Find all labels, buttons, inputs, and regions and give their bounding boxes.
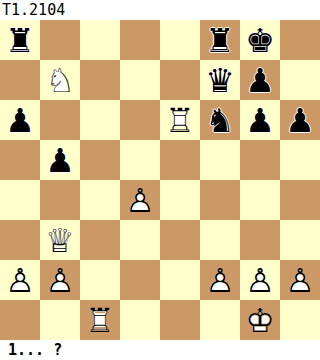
- chess-board: ♜♜♚♞♘♛♟♟♜♖♞♟♟♟♟♙♛♕♟♙♟♙♟♙♟♙♟♙♜♖♚♔: [0, 20, 320, 340]
- square-d8[interactable]: [120, 20, 160, 60]
- piece-white-pawn: ♟: [120, 180, 160, 220]
- square-d2[interactable]: [120, 260, 160, 300]
- piece-white-pawn-outline: ♙: [0, 260, 40, 300]
- piece-white-queen-outline: ♕: [40, 220, 80, 260]
- square-d3[interactable]: [120, 220, 160, 260]
- square-c2[interactable]: [80, 260, 120, 300]
- square-c8[interactable]: [80, 20, 120, 60]
- piece-white-knight-outline: ♘: [40, 60, 80, 100]
- square-e4[interactable]: [160, 180, 200, 220]
- square-f1[interactable]: [200, 300, 240, 340]
- piece-white-pawn-outline: ♙: [240, 260, 280, 300]
- square-c5[interactable]: [80, 140, 120, 180]
- piece-white-pawn: ♟: [0, 260, 40, 300]
- square-e7[interactable]: [160, 60, 200, 100]
- square-g6[interactable]: ♟: [240, 100, 280, 140]
- square-b6[interactable]: [40, 100, 80, 140]
- square-c6[interactable]: [80, 100, 120, 140]
- square-b7[interactable]: ♞♘: [40, 60, 80, 100]
- piece-white-pawn: ♟: [280, 260, 320, 300]
- square-g3[interactable]: [240, 220, 280, 260]
- square-g5[interactable]: [240, 140, 280, 180]
- square-e8[interactable]: [160, 20, 200, 60]
- square-c7[interactable]: [80, 60, 120, 100]
- square-e2[interactable]: [160, 260, 200, 300]
- square-e1[interactable]: [160, 300, 200, 340]
- piece-white-rook-outline: ♖: [160, 100, 200, 140]
- move-prompt: 1... ?: [0, 340, 320, 360]
- square-f6[interactable]: ♞: [200, 100, 240, 140]
- square-g2[interactable]: ♟♙: [240, 260, 280, 300]
- square-g1[interactable]: ♚♔: [240, 300, 280, 340]
- chess-puzzle-page: T1.2104 ♜♜♚♞♘♛♟♟♜♖♞♟♟♟♟♙♛♕♟♙♟♙♟♙♟♙♟♙♜♖♚♔…: [0, 0, 320, 360]
- square-a7[interactable]: [0, 60, 40, 100]
- piece-black-knight: ♞: [200, 100, 240, 140]
- square-c1[interactable]: ♜♖: [80, 300, 120, 340]
- piece-white-pawn-outline: ♙: [280, 260, 320, 300]
- square-h5[interactable]: [280, 140, 320, 180]
- square-f3[interactable]: [200, 220, 240, 260]
- square-d5[interactable]: [120, 140, 160, 180]
- square-d1[interactable]: [120, 300, 160, 340]
- piece-white-pawn: ♟: [200, 260, 240, 300]
- piece-white-rook-outline: ♖: [80, 300, 120, 340]
- square-h6[interactable]: ♟: [280, 100, 320, 140]
- square-h1[interactable]: [280, 300, 320, 340]
- square-h4[interactable]: [280, 180, 320, 220]
- piece-white-pawn-outline: ♙: [120, 180, 160, 220]
- square-e6[interactable]: ♜♖: [160, 100, 200, 140]
- piece-black-rook: ♜: [0, 20, 40, 60]
- square-b4[interactable]: [40, 180, 80, 220]
- page-title: T1.2104: [0, 0, 320, 20]
- square-h3[interactable]: [280, 220, 320, 260]
- square-e3[interactable]: [160, 220, 200, 260]
- piece-white-knight: ♞: [40, 60, 80, 100]
- square-a2[interactable]: ♟♙: [0, 260, 40, 300]
- square-g4[interactable]: [240, 180, 280, 220]
- square-a1[interactable]: [0, 300, 40, 340]
- piece-black-pawn: ♟: [240, 60, 280, 100]
- piece-black-king: ♚: [240, 20, 280, 60]
- piece-black-pawn: ♟: [40, 140, 80, 180]
- square-a3[interactable]: [0, 220, 40, 260]
- square-h8[interactable]: [280, 20, 320, 60]
- square-b8[interactable]: [40, 20, 80, 60]
- square-b5[interactable]: ♟: [40, 140, 80, 180]
- piece-white-pawn-outline: ♙: [40, 260, 80, 300]
- square-f5[interactable]: [200, 140, 240, 180]
- square-a6[interactable]: ♟: [0, 100, 40, 140]
- square-f2[interactable]: ♟♙: [200, 260, 240, 300]
- square-f8[interactable]: ♜: [200, 20, 240, 60]
- piece-black-pawn: ♟: [280, 100, 320, 140]
- square-c3[interactable]: [80, 220, 120, 260]
- square-d7[interactable]: [120, 60, 160, 100]
- square-g8[interactable]: ♚: [240, 20, 280, 60]
- square-d6[interactable]: [120, 100, 160, 140]
- piece-black-queen: ♛: [200, 60, 240, 100]
- square-e5[interactable]: [160, 140, 200, 180]
- piece-white-rook: ♜: [160, 100, 200, 140]
- piece-black-rook: ♜: [200, 20, 240, 60]
- piece-white-pawn: ♟: [40, 260, 80, 300]
- square-g7[interactable]: ♟: [240, 60, 280, 100]
- square-d4[interactable]: ♟♙: [120, 180, 160, 220]
- square-b3[interactable]: ♛♕: [40, 220, 80, 260]
- piece-black-pawn: ♟: [0, 100, 40, 140]
- square-h7[interactable]: [280, 60, 320, 100]
- square-b2[interactable]: ♟♙: [40, 260, 80, 300]
- square-f4[interactable]: [200, 180, 240, 220]
- piece-white-queen: ♛: [40, 220, 80, 260]
- square-b1[interactable]: [40, 300, 80, 340]
- square-h2[interactable]: ♟♙: [280, 260, 320, 300]
- square-a4[interactable]: [0, 180, 40, 220]
- square-a5[interactable]: [0, 140, 40, 180]
- piece-white-king-outline: ♔: [240, 300, 280, 340]
- piece-black-pawn: ♟: [240, 100, 280, 140]
- piece-white-king: ♚: [240, 300, 280, 340]
- square-c4[interactable]: [80, 180, 120, 220]
- piece-white-pawn: ♟: [240, 260, 280, 300]
- square-a8[interactable]: ♜: [0, 20, 40, 60]
- piece-white-rook: ♜: [80, 300, 120, 340]
- piece-white-pawn-outline: ♙: [200, 260, 240, 300]
- square-f7[interactable]: ♛: [200, 60, 240, 100]
